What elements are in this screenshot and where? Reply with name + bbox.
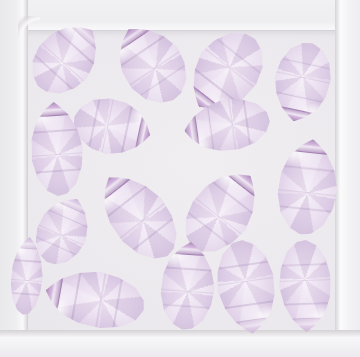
teardrop-bead — [41, 261, 150, 337]
beads-layer — [0, 0, 360, 357]
teardrop-bead — [181, 91, 274, 158]
teardrop-bead — [17, 9, 115, 108]
bead-hole-band — [220, 315, 283, 338]
bead-glow — [236, 298, 283, 336]
bead-glow — [278, 136, 326, 173]
teardrop-bead — [275, 239, 334, 333]
bead-tray-photo — [0, 0, 360, 357]
bead-hole-band — [278, 317, 334, 333]
bead-glow — [26, 101, 67, 136]
teardrop-bead — [271, 136, 345, 238]
teardrop-bead — [209, 236, 283, 338]
teardrop-bead — [264, 37, 339, 128]
bead-glow — [183, 116, 217, 159]
bead-girdle — [17, 9, 115, 108]
bead-glow — [11, 236, 37, 264]
bead-glow — [294, 300, 334, 333]
bead-hole-band — [26, 100, 83, 118]
